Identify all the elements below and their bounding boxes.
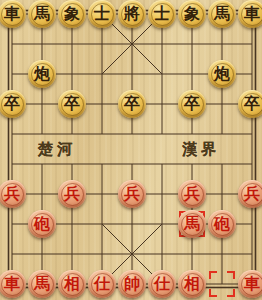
piece-red-soldier[interactable]: 兵 [118,180,146,208]
piece-red-horse[interactable]: 馬 [28,270,56,298]
piece-black-soldier[interactable]: 卒 [58,90,86,118]
piece-red-horse[interactable]: 馬 [178,210,206,238]
piece-black-soldier[interactable]: 卒 [238,90,262,118]
piece-black-cannon[interactable]: 炮 [28,60,56,88]
piece-red-elephant[interactable]: 相 [178,270,206,298]
piece-black-cannon[interactable]: 炮 [208,60,236,88]
piece-red-advisor[interactable]: 仕 [88,270,116,298]
piece-black-chariot[interactable]: 車 [238,0,262,28]
piece-red-cannon[interactable]: 砲 [28,210,56,238]
river-label-right: 漢界 [182,141,220,158]
piece-red-general[interactable]: 帥 [118,270,146,298]
piece-black-horse[interactable]: 馬 [28,0,56,28]
piece-red-chariot[interactable]: 車 [238,270,262,298]
piece-black-elephant[interactable]: 象 [58,0,86,28]
piece-red-cannon[interactable]: 砲 [208,210,236,238]
piece-black-soldier[interactable]: 卒 [178,90,206,118]
piece-red-elephant[interactable]: 相 [58,270,86,298]
piece-red-soldier[interactable]: 兵 [178,180,206,208]
piece-black-general[interactable]: 將 [118,0,146,28]
piece-black-elephant[interactable]: 象 [178,0,206,28]
piece-black-soldier[interactable]: 卒 [118,90,146,118]
piece-black-advisor[interactable]: 士 [148,0,176,28]
xiangqi-board[interactable]: 楚河 漢界 車馬象士將士象馬車炮炮卒卒卒卒卒兵兵兵兵兵砲馬砲車馬相仕帥仕相車 [0,0,262,300]
piece-black-horse[interactable]: 馬 [208,0,236,28]
piece-black-advisor[interactable]: 士 [88,0,116,28]
piece-red-advisor[interactable]: 仕 [148,270,176,298]
river-label-left: 楚河 [38,141,76,158]
piece-red-soldier[interactable]: 兵 [58,180,86,208]
piece-red-soldier[interactable]: 兵 [238,180,262,208]
